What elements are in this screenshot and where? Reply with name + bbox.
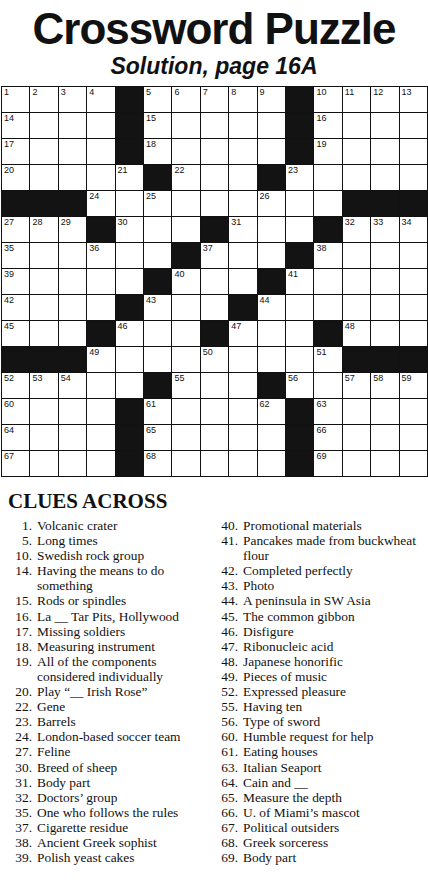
grid-cell[interactable] — [400, 165, 428, 191]
grid-cell[interactable]: 14 — [2, 113, 30, 139]
black-cell — [343, 191, 371, 217]
grid-cell[interactable] — [400, 321, 428, 347]
clue-number: 38. — [8, 835, 32, 850]
grid-cell[interactable] — [229, 165, 257, 191]
grid-cell[interactable]: 36 — [87, 243, 115, 269]
grid-cell[interactable] — [59, 425, 87, 451]
grid-cell[interactable]: 33 — [371, 217, 399, 243]
grid-cell[interactable] — [87, 269, 115, 295]
clue-text: Measure the depth — [243, 790, 428, 805]
clue-number: 16. — [8, 609, 32, 624]
grid-cell[interactable]: 43 — [144, 295, 172, 321]
grid-cell[interactable]: 20 — [2, 165, 30, 191]
cell-number: 35 — [4, 243, 14, 254]
cell-number: 27 — [4, 217, 14, 228]
grid-cell[interactable] — [30, 295, 58, 321]
grid-cell[interactable] — [343, 399, 371, 425]
clue-number: 22. — [8, 699, 32, 714]
clue-text: Greek sorceress — [243, 835, 428, 850]
clue-text: Disfigure — [243, 624, 428, 639]
grid-cell[interactable]: 63 — [314, 399, 342, 425]
grid-cell[interactable] — [59, 139, 87, 165]
grid-cell[interactable] — [201, 451, 229, 477]
grid-cell[interactable] — [30, 243, 58, 269]
clue-item: 49.Pieces of music — [214, 669, 428, 684]
black-cell — [201, 321, 229, 347]
black-cell — [116, 295, 144, 321]
cell-number: 40 — [174, 269, 184, 280]
grid-cell[interactable]: 39 — [2, 269, 30, 295]
clue-number: 56. — [214, 714, 238, 729]
grid-cell[interactable] — [30, 399, 58, 425]
clue-item: 67.Political outsiders — [214, 820, 428, 835]
grid-cell[interactable] — [201, 425, 229, 451]
grid-cell[interactable]: 30 — [116, 217, 144, 243]
grid-cell[interactable] — [116, 243, 144, 269]
grid-cell[interactable] — [30, 139, 58, 165]
clue-text: Japanese honorific — [243, 654, 428, 669]
cell-number: 44 — [260, 295, 270, 306]
clue-text: Body part — [37, 775, 207, 790]
clue-text: Having the means to do something — [37, 563, 207, 593]
black-cell — [371, 347, 399, 373]
clue-number: 46. — [214, 624, 238, 639]
grid-cell[interactable] — [201, 399, 229, 425]
grid-cell[interactable] — [343, 295, 371, 321]
grid-cell[interactable] — [371, 243, 399, 269]
grid-cell[interactable]: 7 — [201, 87, 229, 113]
clue-item: 19.All of the components considered indi… — [8, 654, 214, 684]
clue-columns: 1.Volcanic crater5.Long times10.Swedish … — [8, 518, 428, 865]
grid-cell[interactable] — [116, 347, 144, 373]
clue-item: 40.Promotional materials — [214, 518, 428, 533]
grid-cell[interactable]: 21 — [116, 165, 144, 191]
clue-text: Doctors’ group — [37, 790, 207, 805]
cell-number: 65 — [146, 425, 156, 436]
grid-cell[interactable] — [59, 113, 87, 139]
clue-text: Completed perfectly — [243, 563, 428, 578]
crossword-board: 1234567891011121314151617181920212223242… — [1, 86, 428, 477]
clue-item: 39.Polish yeast cakes — [8, 850, 214, 865]
grid-cell[interactable]: 23 — [286, 165, 314, 191]
black-cell — [30, 347, 58, 373]
cell-number: 18 — [146, 139, 156, 150]
grid-cell[interactable]: 29 — [59, 217, 87, 243]
grid-cell[interactable]: 5 — [144, 87, 172, 113]
grid-cell[interactable] — [286, 217, 314, 243]
grid-cell[interactable]: 6 — [172, 87, 200, 113]
grid-cell[interactable]: 58 — [371, 373, 399, 399]
black-cell — [116, 451, 144, 477]
cell-number: 69 — [316, 451, 326, 462]
grid-cell[interactable]: 18 — [144, 139, 172, 165]
grid-cell[interactable] — [87, 139, 115, 165]
grid-cell[interactable] — [286, 295, 314, 321]
clue-number: 5. — [8, 533, 32, 548]
grid-cell[interactable]: 57 — [343, 373, 371, 399]
clue-number: 48. — [214, 654, 238, 669]
black-cell — [286, 87, 314, 113]
clue-number: 52. — [214, 684, 238, 699]
grid-cell[interactable] — [59, 269, 87, 295]
grid-cell[interactable] — [30, 321, 58, 347]
black-cell — [286, 399, 314, 425]
grid-cell[interactable] — [343, 451, 371, 477]
grid-cell[interactable]: 55 — [172, 373, 200, 399]
grid-cell[interactable] — [371, 295, 399, 321]
grid-cell[interactable] — [258, 139, 286, 165]
grid-cell[interactable] — [314, 373, 342, 399]
clue-text: U. of Miami’s mascot — [243, 805, 428, 820]
cell-number: 60 — [4, 399, 14, 410]
black-cell — [343, 347, 371, 373]
grid-cell[interactable] — [258, 217, 286, 243]
clue-item: 69.Body part — [214, 850, 428, 865]
grid-cell[interactable]: 62 — [258, 399, 286, 425]
grid-cell[interactable] — [229, 139, 257, 165]
grid-cell[interactable] — [258, 243, 286, 269]
clue-number: 37. — [8, 820, 32, 835]
grid-cell[interactable] — [87, 295, 115, 321]
grid-cell[interactable] — [371, 451, 399, 477]
clue-item: 41.Pancakes made from buckwheat flour — [214, 533, 428, 563]
grid-cell[interactable]: 42 — [2, 295, 30, 321]
grid-cell[interactable]: 60 — [2, 399, 30, 425]
grid-cell[interactable]: 8 — [229, 87, 257, 113]
grid-cell[interactable] — [400, 425, 428, 451]
clue-number: 43. — [214, 578, 238, 593]
grid-cell[interactable]: 24 — [87, 191, 115, 217]
grid-cell[interactable] — [30, 425, 58, 451]
grid-cell[interactable] — [172, 425, 200, 451]
grid-cell[interactable]: 26 — [258, 191, 286, 217]
grid-cell[interactable]: 4 — [87, 87, 115, 113]
grid-cell[interactable] — [116, 191, 144, 217]
cell-number: 15 — [146, 113, 156, 124]
cell-number: 66 — [316, 425, 326, 436]
grid-cell[interactable]: 66 — [314, 425, 342, 451]
grid-cell[interactable] — [286, 347, 314, 373]
clue-text: Humble request for help — [243, 729, 428, 744]
cell-number: 59 — [402, 373, 412, 384]
grid-cell[interactable] — [116, 269, 144, 295]
grid-cell[interactable] — [172, 451, 200, 477]
grid-cell[interactable] — [371, 113, 399, 139]
cell-number: 56 — [288, 373, 298, 384]
grid-cell[interactable]: 3 — [59, 87, 87, 113]
grid-cell[interactable]: 11 — [343, 87, 371, 113]
grid-cell[interactable]: 19 — [314, 139, 342, 165]
grid-cell[interactable] — [229, 113, 257, 139]
clue-item: 35.One who follows the rules — [8, 805, 214, 820]
grid-cell[interactable] — [229, 451, 257, 477]
clue-item: 14.Having the means to do something — [8, 563, 214, 593]
clue-number: 27. — [8, 744, 32, 759]
cell-number: 34 — [402, 217, 412, 228]
grid-cell[interactable] — [59, 243, 87, 269]
clue-text: London-based soccer team — [37, 729, 207, 744]
grid-cell[interactable] — [201, 113, 229, 139]
clue-item: 52.Expressed pleasure — [214, 684, 428, 699]
grid-cell[interactable]: 51 — [314, 347, 342, 373]
grid-cell[interactable] — [343, 139, 371, 165]
black-cell — [258, 165, 286, 191]
grid-cell[interactable] — [371, 139, 399, 165]
cell-number: 41 — [288, 269, 298, 280]
grid-cell[interactable]: 37 — [201, 243, 229, 269]
clue-item: 60.Humble request for help — [214, 729, 428, 744]
clue-number: 20. — [8, 684, 32, 699]
grid-cell[interactable] — [400, 139, 428, 165]
grid-cell[interactable] — [172, 347, 200, 373]
clue-text: Promotional materials — [243, 518, 428, 533]
grid-cell[interactable] — [229, 399, 257, 425]
clue-text: One who follows the rules — [37, 805, 207, 820]
clue-text: Type of sword — [243, 714, 428, 729]
grid-cell[interactable] — [343, 243, 371, 269]
grid-cell[interactable] — [30, 451, 58, 477]
grid-cell[interactable] — [258, 113, 286, 139]
grid-cell[interactable] — [201, 295, 229, 321]
grid-cell[interactable] — [343, 113, 371, 139]
grid-cell[interactable] — [59, 451, 87, 477]
grid-cell[interactable] — [314, 191, 342, 217]
black-cell — [87, 217, 115, 243]
grid-cell[interactable]: 46 — [116, 321, 144, 347]
clue-item: 32.Doctors’ group — [8, 790, 214, 805]
black-cell — [400, 347, 428, 373]
grid-cell[interactable]: 12 — [371, 87, 399, 113]
cell-number: 47 — [231, 321, 241, 332]
grid-cell[interactable]: 54 — [59, 373, 87, 399]
grid-cell[interactable] — [343, 165, 371, 191]
clue-column-right: 40.Promotional materials41.Pancakes made… — [214, 518, 428, 865]
grid-cell[interactable] — [144, 243, 172, 269]
grid-cell[interactable] — [400, 243, 428, 269]
grid-cell[interactable] — [314, 165, 342, 191]
grid-cell[interactable] — [400, 269, 428, 295]
cell-number: 30 — [118, 217, 128, 228]
cell-number: 25 — [146, 191, 156, 202]
grid-cell[interactable] — [172, 295, 200, 321]
grid-cell[interactable]: 40 — [172, 269, 200, 295]
grid-cell[interactable] — [201, 373, 229, 399]
grid-cell[interactable] — [258, 425, 286, 451]
grid-cell[interactable]: 44 — [258, 295, 286, 321]
grid-cell[interactable] — [229, 425, 257, 451]
grid-cell[interactable]: 31 — [229, 217, 257, 243]
grid-cell[interactable]: 56 — [286, 373, 314, 399]
grid-cell[interactable] — [400, 113, 428, 139]
grid-cell[interactable] — [87, 165, 115, 191]
grid-cell[interactable] — [59, 321, 87, 347]
grid-cell[interactable] — [258, 451, 286, 477]
grid-cell[interactable] — [172, 399, 200, 425]
grid-cell[interactable]: 1 — [2, 87, 30, 113]
grid-cell[interactable] — [116, 373, 144, 399]
grid-cell[interactable] — [371, 165, 399, 191]
grid-cell[interactable] — [87, 113, 115, 139]
black-cell — [144, 373, 172, 399]
grid-cell[interactable] — [87, 399, 115, 425]
clue-text: Feline — [37, 744, 207, 759]
clue-text: Ribonucleic acid — [243, 639, 428, 654]
grid-cell[interactable] — [201, 165, 229, 191]
grid-cell[interactable]: 9 — [258, 87, 286, 113]
cell-number: 51 — [316, 347, 326, 358]
grid-cell[interactable] — [229, 269, 257, 295]
black-cell — [229, 295, 257, 321]
grid-cell[interactable] — [172, 113, 200, 139]
clue-item: 46.Disfigure — [214, 624, 428, 639]
grid-cell[interactable]: 2 — [30, 87, 58, 113]
clue-item: 45.The common gibbon — [214, 609, 428, 624]
grid-cell[interactable]: 15 — [144, 113, 172, 139]
grid-cell[interactable]: 65 — [144, 425, 172, 451]
grid-cell[interactable] — [172, 217, 200, 243]
grid-cell[interactable] — [229, 373, 257, 399]
grid-cell[interactable] — [371, 425, 399, 451]
grid-cell[interactable]: 64 — [2, 425, 30, 451]
grid-cell[interactable] — [229, 347, 257, 373]
grid-cell[interactable] — [286, 321, 314, 347]
grid-cell[interactable]: 53 — [30, 373, 58, 399]
clue-text: Missing soldiers — [37, 624, 207, 639]
cell-number: 45 — [4, 321, 14, 332]
grid-cell[interactable]: 49 — [87, 347, 115, 373]
clue-text: Play “__ Irish Rose” — [37, 684, 207, 699]
grid-cell[interactable]: 13 — [400, 87, 428, 113]
grid-cell[interactable] — [229, 243, 257, 269]
grid-cell[interactable] — [400, 451, 428, 477]
grid-cell[interactable] — [314, 269, 342, 295]
cell-number: 46 — [118, 321, 128, 332]
grid-cell[interactable] — [371, 269, 399, 295]
grid-cell[interactable] — [400, 295, 428, 321]
grid-cell[interactable] — [286, 191, 314, 217]
black-cell — [2, 347, 30, 373]
clue-item: 10.Swedish rock group — [8, 548, 214, 563]
cell-number: 50 — [203, 347, 213, 358]
black-cell — [116, 425, 144, 451]
grid-cell[interactable]: 48 — [343, 321, 371, 347]
clue-text: Eating houses — [243, 744, 428, 759]
grid-cell[interactable]: 69 — [314, 451, 342, 477]
clues-across-heading: CLUES ACROSS — [8, 489, 428, 513]
black-cell — [286, 113, 314, 139]
clue-item: 48.Japanese honorific — [214, 654, 428, 669]
grid-cell[interactable]: 34 — [400, 217, 428, 243]
cell-number: 49 — [89, 347, 99, 358]
grid-cell[interactable] — [87, 451, 115, 477]
clue-item: 17.Missing soldiers — [8, 624, 214, 639]
grid-cell[interactable]: 10 — [314, 87, 342, 113]
grid-cell[interactable] — [201, 139, 229, 165]
grid-cell[interactable]: 27 — [2, 217, 30, 243]
grid-cell[interactable] — [144, 347, 172, 373]
clue-text: La __ Tar Pits, Hollywood — [37, 609, 207, 624]
grid-cell[interactable]: 17 — [2, 139, 30, 165]
grid-cell[interactable] — [30, 269, 58, 295]
black-cell — [400, 191, 428, 217]
black-cell — [144, 165, 172, 191]
clue-number: 32. — [8, 790, 32, 805]
grid-cell[interactable] — [144, 217, 172, 243]
grid-cell[interactable] — [172, 139, 200, 165]
grid-cell[interactable]: 61 — [144, 399, 172, 425]
grid-cell[interactable] — [201, 269, 229, 295]
grid-cell[interactable] — [172, 321, 200, 347]
grid-cell[interactable]: 25 — [144, 191, 172, 217]
grid-cell[interactable]: 52 — [2, 373, 30, 399]
grid-cell[interactable]: 41 — [286, 269, 314, 295]
cell-number: 54 — [61, 373, 71, 384]
grid-cell[interactable]: 35 — [2, 243, 30, 269]
grid-cell[interactable]: 28 — [30, 217, 58, 243]
grid-cell[interactable] — [400, 399, 428, 425]
grid-cell[interactable] — [343, 269, 371, 295]
grid-cell[interactable] — [258, 347, 286, 373]
grid-cell[interactable]: 32 — [343, 217, 371, 243]
grid-cell[interactable]: 38 — [314, 243, 342, 269]
grid-cell[interactable] — [201, 191, 229, 217]
grid-cell[interactable]: 68 — [144, 451, 172, 477]
grid-cell[interactable] — [87, 373, 115, 399]
grid-cell[interactable]: 67 — [2, 451, 30, 477]
grid-cell[interactable] — [229, 191, 257, 217]
grid-cell[interactable] — [258, 321, 286, 347]
clue-item: 44.A peninsula in SW Asia — [214, 593, 428, 608]
clue-number: 42. — [214, 563, 238, 578]
grid-cell[interactable] — [30, 113, 58, 139]
cell-number: 67 — [4, 451, 14, 462]
grid-cell[interactable] — [172, 191, 200, 217]
clue-number: 69. — [214, 850, 238, 865]
clue-item: 38.Ancient Greek sophist — [8, 835, 214, 850]
grid-cell[interactable]: 45 — [2, 321, 30, 347]
grid-cell[interactable] — [314, 295, 342, 321]
grid-cell[interactable]: 22 — [172, 165, 200, 191]
clue-number: 65. — [214, 790, 238, 805]
clue-number: 23. — [8, 714, 32, 729]
clue-text: Ancient Greek sophist — [37, 835, 207, 850]
grid-cell[interactable] — [371, 399, 399, 425]
clue-text: Long times — [37, 533, 207, 548]
black-cell — [371, 191, 399, 217]
grid-cell[interactable]: 16 — [314, 113, 342, 139]
clue-number: 44. — [214, 593, 238, 608]
black-cell — [87, 321, 115, 347]
grid-cell[interactable]: 59 — [400, 373, 428, 399]
cell-number: 52 — [4, 373, 14, 384]
grid-cell[interactable] — [59, 399, 87, 425]
clue-item: 61.Eating houses — [214, 744, 428, 759]
grid-cell[interactable] — [144, 321, 172, 347]
cell-number: 36 — [89, 243, 99, 254]
grid-cell[interactable] — [371, 321, 399, 347]
grid-cell[interactable] — [87, 425, 115, 451]
grid-cell[interactable]: 47 — [229, 321, 257, 347]
grid-cell[interactable] — [59, 165, 87, 191]
clue-number: 55. — [214, 699, 238, 714]
clue-text: Pancakes made from buckwheat flour — [243, 533, 428, 563]
clue-item: 5.Long times — [8, 533, 214, 548]
grid-cell[interactable] — [30, 165, 58, 191]
clue-column-left: 1.Volcanic crater5.Long times10.Swedish … — [8, 518, 214, 865]
grid-cell[interactable]: 50 — [201, 347, 229, 373]
grid-cell[interactable] — [343, 425, 371, 451]
grid-cell[interactable] — [59, 295, 87, 321]
